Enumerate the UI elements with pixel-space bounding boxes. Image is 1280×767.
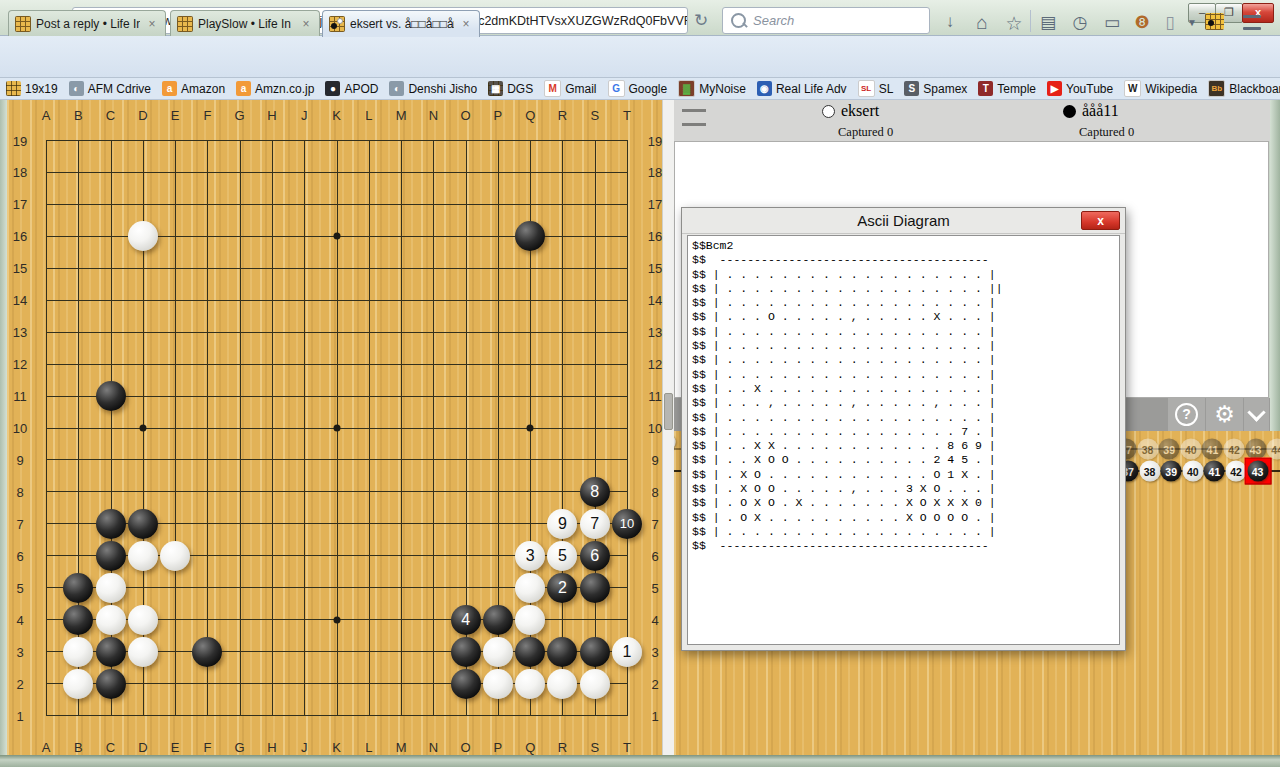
- black-stone-icon: [1063, 105, 1076, 118]
- bookmark-youtube[interactable]: ▶YouTube: [1047, 81, 1113, 96]
- goboard-extension-icon[interactable]: [1205, 13, 1224, 30]
- column-label-top-C: C: [106, 108, 115, 123]
- row-label-right-8: 8: [651, 484, 658, 499]
- star-point-Q10: [527, 425, 534, 432]
- dialog-close-button[interactable]: x: [1081, 211, 1120, 230]
- scrapbook-icon[interactable]: ❽: [1130, 12, 1154, 33]
- search-icon: [731, 13, 746, 28]
- bookmark-mynoise[interactable]: ▓MyNoise: [678, 80, 746, 97]
- bookmark-label: YouTube: [1066, 82, 1113, 96]
- star-icon[interactable]: ☆: [1002, 12, 1026, 35]
- tab-1[interactable]: Post a reply • Life In 19x19×: [8, 10, 166, 36]
- column-label-bottom-D: D: [138, 740, 147, 755]
- white-stone-B2[interactable]: [63, 669, 93, 699]
- tab-favicon: [329, 16, 345, 32]
- black-stone-T7[interactable]: 10: [612, 509, 642, 539]
- white-stone-Q6[interactable]: 3: [515, 541, 545, 571]
- search-input[interactable]: Search: [722, 7, 930, 34]
- bookmarks-bar: 19x19◐AFM CdriveaAmazonaAmzn.co.jp●APOD◐…: [0, 78, 1280, 100]
- bookmark-label: Amazon: [181, 82, 225, 96]
- dialog-title: Ascii Diagram: [682, 208, 1125, 234]
- bookmark-19x19[interactable]: 19x19: [6, 81, 58, 96]
- help-icon: ?: [1175, 403, 1198, 426]
- row-label-left-11: 11: [13, 389, 27, 404]
- white-stone-icon: [822, 105, 835, 118]
- row-label-left-10: 10: [13, 421, 27, 436]
- bookmark-afm-cdrive[interactable]: ◐AFM Cdrive: [69, 81, 151, 96]
- row-label-left-16: 16: [13, 229, 27, 244]
- wikipedia-icon: W: [1124, 80, 1141, 97]
- mainline-move-41[interactable]: 41: [1204, 461, 1225, 482]
- column-label-bottom-B: B: [74, 740, 83, 755]
- variation-move-43[interactable]: 43: [1245, 439, 1266, 460]
- column-label-bottom-S: S: [590, 740, 599, 755]
- bookmark-google[interactable]: GGoogle: [608, 80, 668, 97]
- mainline-move-43[interactable]: 43: [1247, 461, 1268, 482]
- bookmark-label: Real Life Adv: [776, 82, 847, 96]
- tab-3[interactable]: eksert vs. å□□å□□å□...×: [322, 10, 480, 37]
- row-label-right-17: 17: [648, 197, 662, 212]
- toolbar-separator: [1030, 10, 1031, 32]
- column-label-bottom-F: F: [203, 740, 211, 755]
- bookmark-label: APOD: [344, 82, 378, 96]
- black-stone-O4[interactable]: 4: [451, 605, 481, 635]
- bookmark-wikipedia[interactable]: WWikipedia: [1124, 80, 1197, 97]
- column-label-bottom-P: P: [494, 740, 503, 755]
- close-button[interactable]: x: [1242, 3, 1274, 23]
- row-label-left-3: 3: [16, 644, 23, 659]
- row-label-left-6: 6: [16, 548, 23, 563]
- t-box-icon: T: [978, 81, 993, 96]
- board-icon: ▦: [488, 81, 503, 96]
- black-stone-F3[interactable]: [192, 637, 222, 667]
- collapse-button[interactable]: [1244, 398, 1269, 431]
- mainline-move-40[interactable]: 40: [1182, 461, 1203, 482]
- column-label-bottom-L: L: [365, 740, 372, 755]
- bookmark-amzn-co-jp[interactable]: aAmzn.co.jp: [236, 81, 314, 96]
- column-label-top-M: M: [396, 108, 407, 123]
- white-player-name: eksert: [841, 102, 879, 120]
- tab-title: PlaySlow • Life In 19x19: [198, 17, 294, 31]
- ascii-diagram-text: $$Bcm2 $$ ------------------------------…: [692, 239, 1119, 554]
- column-label-bottom-H: H: [267, 740, 276, 755]
- window-frame-left: [0, 100, 7, 755]
- row-label-left-5: 5: [16, 580, 23, 595]
- column-label-top-G: G: [235, 108, 245, 123]
- column-label-top-P: P: [494, 108, 503, 123]
- row-label-left-17: 17: [13, 197, 27, 212]
- column-label-top-J: J: [301, 108, 308, 123]
- black-stone-O2[interactable]: [451, 669, 481, 699]
- tab-favicon: [177, 16, 193, 32]
- bookmark-temple[interactable]: TTemple: [978, 81, 1036, 96]
- row-label-right-3: 3: [651, 644, 658, 659]
- row-label-right-2: 2: [651, 676, 658, 691]
- window-frame-bottom: [0, 755, 1280, 767]
- shield-icon: ◉: [757, 81, 772, 96]
- bookmark-label: SL: [879, 82, 894, 96]
- bookmark-label: Amzn.co.jp: [255, 82, 314, 96]
- row-label-right-1: 1: [651, 708, 658, 723]
- bookmark-denshi-jisho[interactable]: ◐Denshi Jisho: [389, 81, 477, 96]
- white-stone-B3[interactable]: [63, 637, 93, 667]
- battery-icon[interactable]: ▯: [1158, 12, 1182, 33]
- column-label-bottom-O: O: [461, 740, 471, 755]
- black-stone-Q3[interactable]: [515, 637, 545, 667]
- white-stone-R6[interactable]: 5: [547, 541, 577, 571]
- black-stone-S3[interactable]: [580, 637, 610, 667]
- game-info-header: [674, 100, 1270, 141]
- bookmark-label: DGS: [507, 82, 533, 96]
- gear-icon: ⚙: [1214, 403, 1235, 426]
- row-label-right-7: 7: [651, 516, 658, 531]
- column-label-top-L: L: [365, 108, 372, 123]
- row-label-left-4: 4: [16, 612, 23, 627]
- help-button[interactable]: ?: [1168, 398, 1205, 431]
- white-stone-E6[interactable]: [160, 541, 190, 571]
- mainline-move-38[interactable]: 38: [1139, 461, 1160, 482]
- variation-move-42[interactable]: 42: [1224, 439, 1245, 460]
- row-label-right-11: 11: [648, 389, 662, 404]
- star-point-K4: [333, 616, 340, 623]
- column-label-top-A: A: [42, 108, 51, 123]
- ascii-diagram-textarea[interactable]: $$Bcm2 $$ ------------------------------…: [687, 235, 1120, 645]
- row-label-right-14: 14: [648, 293, 662, 308]
- row-label-right-6: 6: [651, 548, 658, 563]
- white-stone-R2[interactable]: [547, 669, 577, 699]
- variation-move-44[interactable]: 44: [1267, 439, 1280, 460]
- column-label-bottom-G: G: [235, 740, 245, 755]
- tab-close-icon[interactable]: ×: [459, 17, 473, 31]
- bookmark-gmail[interactable]: MGmail: [544, 80, 596, 97]
- board-scrollbar-thumb[interactable]: [664, 393, 673, 430]
- white-stone-R7[interactable]: 9: [547, 509, 577, 539]
- row-label-left-12: 12: [13, 357, 27, 372]
- row-label-right-15: 15: [648, 261, 662, 276]
- bookmark-label: Google: [629, 82, 668, 96]
- clipboard-icon[interactable]: ▤: [1036, 12, 1060, 33]
- moon-icon: ●: [325, 81, 340, 96]
- row-label-left-14: 14: [13, 293, 27, 308]
- white-stone-Q4[interactable]: [515, 605, 545, 635]
- home-icon[interactable]: ⌂: [970, 12, 994, 34]
- black-stone-Q16[interactable]: [515, 221, 545, 251]
- tab-close-icon[interactable]: ×: [299, 17, 313, 31]
- navigation-toolbar: [0, 35, 1280, 78]
- globe-icon: ◐: [389, 81, 404, 96]
- black-stone-P4[interactable]: [483, 605, 513, 635]
- column-label-bottom-N: N: [429, 740, 438, 755]
- tab-close-icon[interactable]: ×: [145, 17, 159, 31]
- variation-move-39[interactable]: 39: [1159, 439, 1180, 460]
- browser-window: – ❐ x + S ← ⓘ resource://webgobadukboard…: [0, 0, 1280, 767]
- column-label-bottom-T: T: [623, 740, 631, 755]
- black-stone-C3[interactable]: [96, 637, 126, 667]
- row-label-right-13: 13: [648, 325, 662, 340]
- star-point-D10: [139, 425, 146, 432]
- row-label-left-8: 8: [16, 484, 23, 499]
- column-label-top-H: H: [267, 108, 276, 123]
- column-label-bottom-J: J: [301, 740, 308, 755]
- reload-button[interactable]: ↻: [694, 10, 708, 31]
- white-stone-C5[interactable]: [96, 573, 126, 603]
- sl-icon: SL: [858, 80, 875, 97]
- white-stone-D16[interactable]: [128, 221, 158, 251]
- row-label-right-12: 12: [648, 357, 662, 372]
- black-stone-C6[interactable]: [96, 541, 126, 571]
- black-player: ååå11: [1063, 102, 1119, 120]
- column-label-top-N: N: [429, 108, 438, 123]
- white-stone-C4[interactable]: [96, 605, 126, 635]
- amazon-icon: a: [162, 81, 177, 96]
- bookmark-amazon[interactable]: aAmazon: [162, 81, 225, 96]
- black-stone-D7[interactable]: [128, 509, 158, 539]
- bookmark-blackboard[interactable]: BbBlackboard: [1208, 80, 1280, 97]
- mynoise-icon: ▓: [678, 80, 695, 97]
- move-number: 3: [526, 548, 535, 564]
- bookmark-label: AFM Cdrive: [88, 82, 151, 96]
- black-stone-R3[interactable]: [547, 637, 577, 667]
- white-stone-D6[interactable]: [128, 541, 158, 571]
- dropdown-arrow[interactable]: ▼: [1180, 17, 1204, 28]
- black-stone-C7[interactable]: [96, 509, 126, 539]
- black-player-name: ååå11: [1082, 102, 1119, 120]
- black-stone-O3[interactable]: [451, 637, 481, 667]
- variation-move-38[interactable]: 38: [1137, 439, 1158, 460]
- column-label-bottom-A: A: [42, 740, 51, 755]
- white-stone-D3[interactable]: [128, 637, 158, 667]
- black-stone-C11[interactable]: [96, 381, 126, 411]
- move-number: 4: [461, 612, 470, 628]
- ascii-diagram-dialog: Ascii Diagram x $$Bcm2 $$ --------------…: [681, 207, 1126, 651]
- star-point-K16: [333, 233, 340, 240]
- white-stone-P3[interactable]: [483, 637, 513, 667]
- star-point-K10: [333, 425, 340, 432]
- bookmark-apod[interactable]: ●APOD: [325, 81, 378, 96]
- black-stone-S6[interactable]: 6: [580, 541, 610, 571]
- black-stone-B5[interactable]: [63, 573, 93, 603]
- variation-move-41[interactable]: 41: [1202, 439, 1223, 460]
- row-label-right-16: 16: [648, 229, 662, 244]
- row-label-left-13: 13: [13, 325, 27, 340]
- board-icon: [6, 81, 21, 96]
- column-label-top-E: E: [171, 108, 180, 123]
- s-box-icon: S: [904, 81, 919, 96]
- column-label-top-D: D: [138, 108, 147, 123]
- row-label-left-2: 2: [16, 676, 23, 691]
- column-label-bottom-E: E: [171, 740, 180, 755]
- row-label-right-5: 5: [651, 580, 658, 595]
- white-stone-S2[interactable]: [580, 669, 610, 699]
- bookmark-label: MyNoise: [699, 82, 746, 96]
- reader-icon[interactable]: ▭: [1100, 12, 1124, 33]
- white-captured: Captured 0: [838, 125, 893, 140]
- bookmark-dgs[interactable]: ▦DGS: [488, 81, 533, 96]
- bookmark-real-life-adv[interactable]: ◉Real Life Adv: [757, 81, 847, 96]
- column-label-top-K: K: [332, 108, 341, 123]
- search-placeholder: Search: [753, 13, 794, 28]
- white-stone-Q2[interactable]: [515, 669, 545, 699]
- bookmark-label: Denshi Jisho: [408, 82, 477, 96]
- column-label-bottom-C: C: [106, 740, 115, 755]
- row-label-right-4: 4: [651, 612, 658, 627]
- black-stone-S8[interactable]: 8: [580, 477, 610, 507]
- download-icon[interactable]: ↓: [938, 12, 962, 32]
- row-label-left-15: 15: [13, 261, 27, 276]
- window-frame-right: [1270, 100, 1280, 431]
- column-label-top-R: R: [558, 108, 567, 123]
- row-label-left-1: 1: [16, 708, 23, 723]
- amazon-icon: a: [236, 81, 251, 96]
- black-stone-R5[interactable]: 2: [547, 573, 577, 603]
- tab-2[interactable]: PlaySlow • Life In 19x19×: [170, 10, 320, 36]
- column-label-top-Q: Q: [525, 108, 535, 123]
- black-captured: Captured 0: [1079, 125, 1134, 140]
- white-stone-T3[interactable]: 1: [612, 637, 642, 667]
- bookmark-sl[interactable]: SLSL: [858, 80, 894, 97]
- move-number: 10: [620, 517, 634, 530]
- youtube-icon: ▶: [1047, 81, 1062, 96]
- blackboard-icon: Bb: [1208, 80, 1225, 97]
- black-stone-C2[interactable]: [96, 669, 126, 699]
- white-stone-Q5[interactable]: [515, 573, 545, 603]
- black-stone-S5[interactable]: [580, 573, 610, 603]
- bookmark-label: Gmail: [565, 82, 596, 96]
- bookmark-label: Blackboard: [1229, 82, 1280, 96]
- column-label-top-B: B: [74, 108, 83, 123]
- column-label-bottom-M: M: [396, 740, 407, 755]
- bookmark-label: Spamex: [923, 82, 967, 96]
- move-number: 5: [558, 548, 567, 564]
- google-icon: G: [608, 80, 625, 97]
- row-label-right-18: 18: [648, 165, 662, 180]
- column-label-top-T: T: [623, 108, 631, 123]
- column-label-top-F: F: [203, 108, 211, 123]
- move-number: 9: [558, 516, 567, 532]
- row-label-left-9: 9: [16, 453, 23, 468]
- move-number: 6: [590, 548, 599, 564]
- move-number: 1: [623, 644, 632, 660]
- black-stone-B4[interactable]: [63, 605, 93, 635]
- settings-button[interactable]: ⚙: [1206, 398, 1243, 431]
- bookmark-label: Temple: [997, 82, 1036, 96]
- row-label-right-10: 10: [648, 421, 662, 436]
- gmail-icon: M: [544, 80, 561, 97]
- bookmark-label: 19x19: [25, 82, 58, 96]
- bookmark-label: Wikipedia: [1145, 82, 1197, 96]
- row-label-left-19: 19: [13, 133, 27, 148]
- column-label-top-S: S: [590, 108, 599, 123]
- bookmark-spamex[interactable]: SSpamex: [904, 81, 967, 96]
- tab-title: eksert vs. å□□å□□å□...: [350, 17, 454, 31]
- column-label-bottom-Q: Q: [525, 740, 535, 755]
- move-number: 7: [590, 516, 599, 532]
- white-stone-D4[interactable]: [128, 605, 158, 635]
- chevron-down-icon: [1247, 403, 1265, 421]
- column-label-bottom-K: K: [332, 740, 341, 755]
- mainline-move-39[interactable]: 39: [1161, 461, 1182, 482]
- row-label-right-9: 9: [651, 453, 658, 468]
- move-number: 2: [558, 580, 567, 596]
- row-label-left-7: 7: [16, 516, 23, 531]
- white-stone-P2[interactable]: [483, 669, 513, 699]
- row-label-left-18: 18: [13, 165, 27, 180]
- tab-title: Post a reply • Life In 19x19: [36, 17, 140, 31]
- globe-icon: ◐: [69, 81, 84, 96]
- history-icon[interactable]: ◷: [1068, 12, 1092, 33]
- white-stone-S7[interactable]: 7: [580, 509, 610, 539]
- variation-move-40[interactable]: 40: [1180, 439, 1201, 460]
- move-number: 8: [590, 484, 599, 500]
- column-label-bottom-R: R: [558, 740, 567, 755]
- white-player: eksert: [822, 102, 879, 120]
- tab-favicon: [15, 16, 31, 32]
- column-label-top-O: O: [461, 108, 471, 123]
- row-label-right-19: 19: [648, 133, 662, 148]
